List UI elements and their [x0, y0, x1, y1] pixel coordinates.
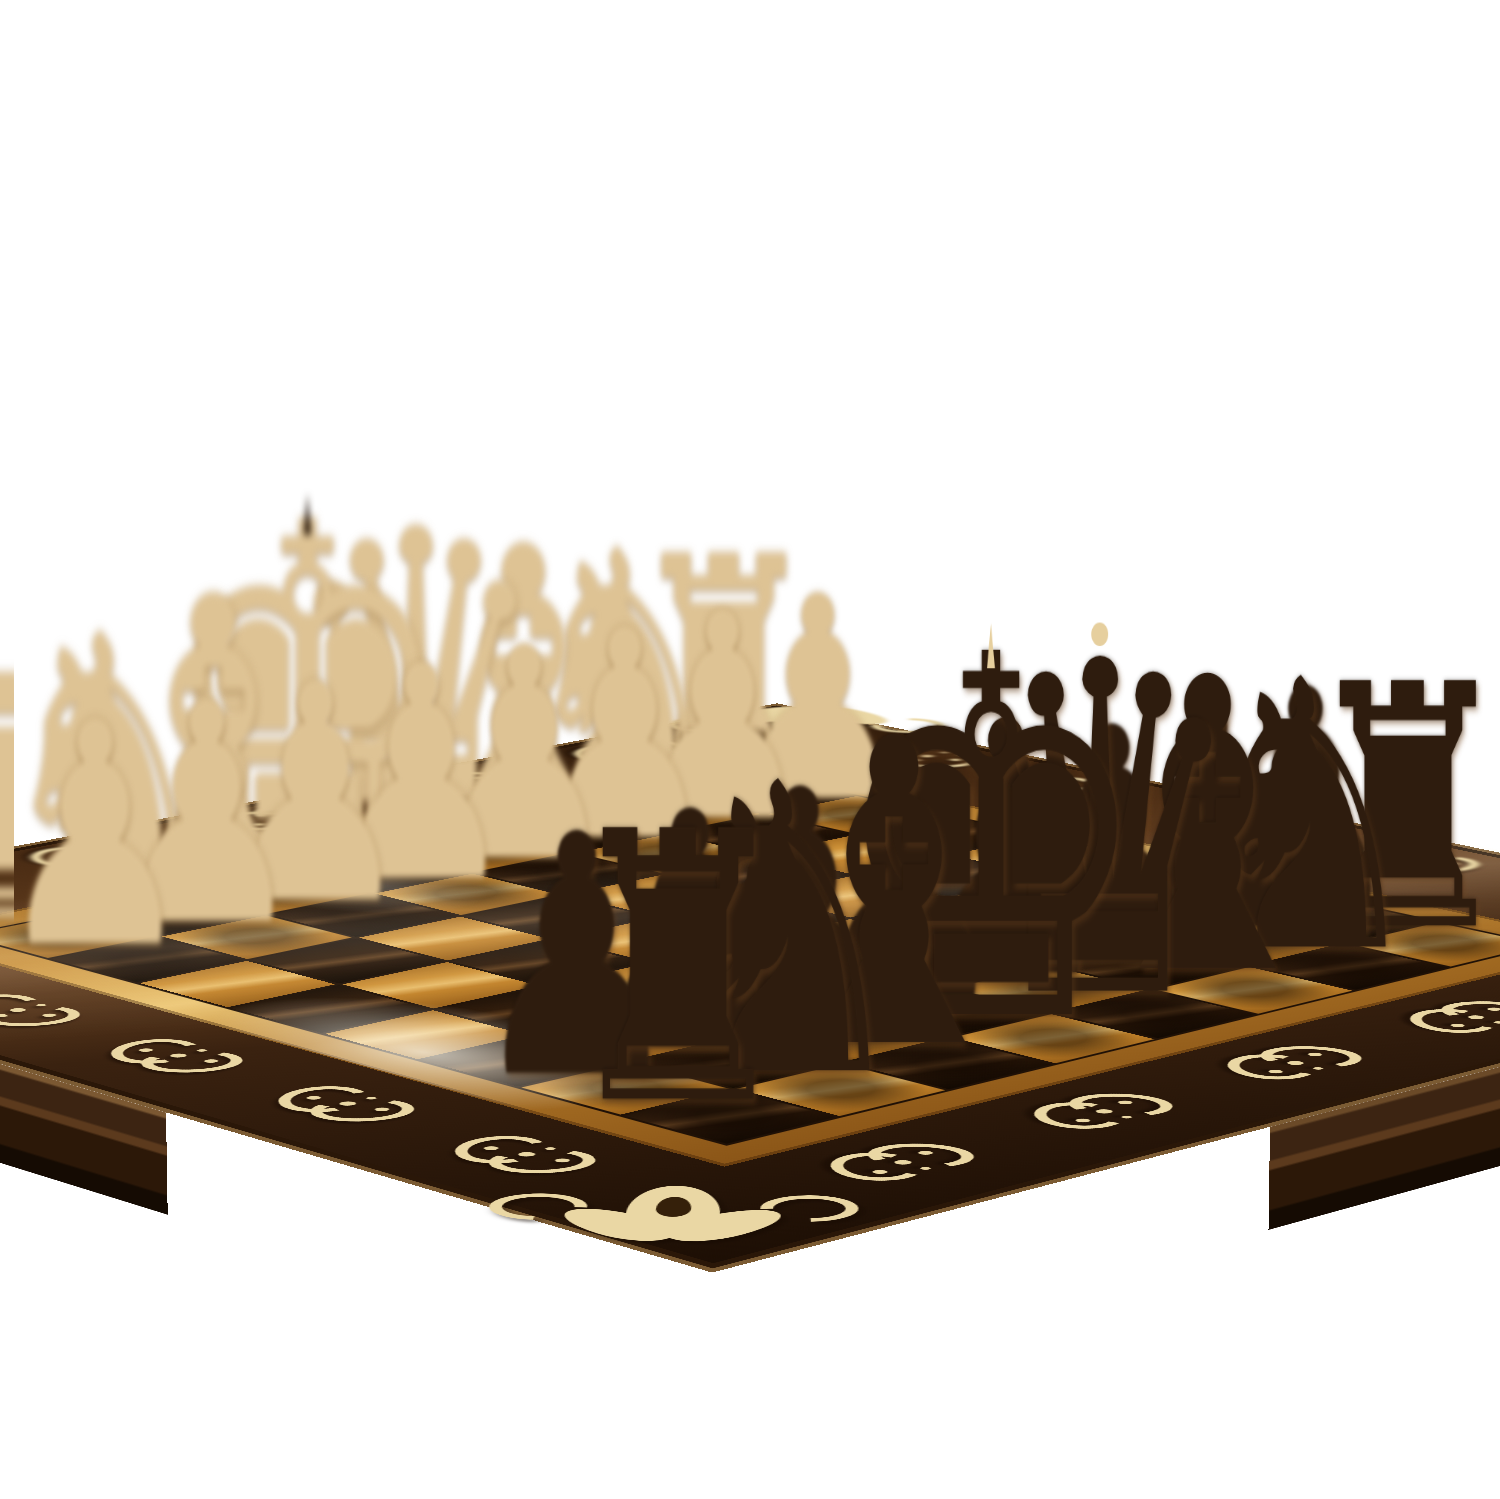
- carved-scroll-ornament: [252, 1079, 444, 1129]
- carved-scroll-ornament: [1006, 1087, 1202, 1137]
- carved-scroll-ornament: [801, 1136, 1003, 1188]
- chess-board: ♜♟♟♜♞♟♟♞♝♟♟♝♛♟♟♛♚♟♟♚♝♟♟♝♞♟♟♞♜♟♟♜: [0, 703, 1500, 1272]
- scroll-center-dot: [515, 1151, 539, 1157]
- scroll-center-dot: [7, 1007, 29, 1012]
- scroll-center-dot: [336, 1101, 359, 1107]
- brass-knob: [1094, 1200, 1121, 1245]
- scroll-center-dot: [1284, 1060, 1307, 1066]
- product-photo-stage: ♜♟♟♜♞♟♟♞♝♟♟♝♛♟♟♛♚♟♟♚♝♟♟♝♞♟♟♞♜♟♟♜: [0, 0, 1500, 1499]
- white-pawn-h2: ♟: [0, 690, 195, 982]
- scroll-center-dot: [167, 1053, 190, 1059]
- scroll-center-dot: [891, 1159, 915, 1165]
- carved-palmette-near-corner: [476, 1180, 862, 1255]
- carved-scroll-ornament: [1200, 1040, 1389, 1087]
- carved-scroll-ornament: [85, 1032, 271, 1079]
- carved-scroll-ornament: [1384, 995, 1500, 1040]
- scroll-center-dot: [1092, 1108, 1116, 1114]
- black-rook-h8: ♜: [558, 794, 798, 1147]
- scroll-center-dot: [1465, 1014, 1487, 1019]
- scene: ♜♟♟♜♞♟♟♞♝♟♟♝♛♟♟♛♚♟♟♚♝♟♟♝♞♟♟♞♜♟♟♜: [0, 0, 1500, 1499]
- carved-scroll-ornament: [0, 988, 108, 1033]
